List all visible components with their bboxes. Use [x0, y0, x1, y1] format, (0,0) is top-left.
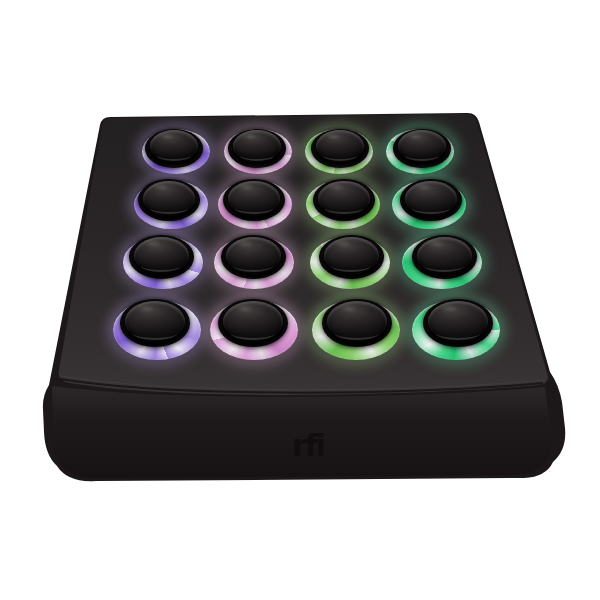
button-cap	[223, 301, 283, 342]
button-cap	[405, 181, 457, 216]
pad-button-r4c2-pink[interactable]	[210, 300, 298, 360]
button-cap	[318, 181, 370, 216]
pad-button-r1c4-mint[interactable]	[386, 129, 454, 174]
button-cap	[228, 181, 280, 216]
button-cap	[316, 130, 364, 162]
button-cap	[428, 301, 488, 342]
button-cap	[125, 301, 185, 342]
button-cap	[226, 237, 281, 274]
button-cap	[150, 130, 198, 162]
pad-button-r2c3-green[interactable]	[306, 180, 380, 229]
button-cap	[327, 301, 387, 342]
pad-button-r1c2-pink[interactable]	[224, 129, 292, 174]
pad-button-r2c2-pink[interactable]	[218, 180, 292, 229]
button-cap	[134, 237, 189, 274]
pad-button-r2c4-mint[interactable]	[392, 180, 466, 229]
pad-button-r4c1-violet[interactable]	[113, 300, 201, 360]
device-photo: rfi	[0, 0, 600, 600]
pad-button-r4c3-green[interactable]	[312, 300, 400, 360]
button-cap	[143, 181, 195, 216]
pad-button-r3c3-green[interactable]	[310, 236, 390, 289]
pad-button-r4c4-mint[interactable]	[412, 300, 500, 360]
button-cap	[324, 237, 379, 274]
photo-background: { "scene": { "background_color": "#fffff…	[0, 0, 600, 600]
pad-button-r1c3-green[interactable]	[305, 129, 373, 174]
pad-button-r3c4-mint[interactable]	[402, 236, 482, 289]
button-cap	[417, 237, 472, 274]
pad-button-r2c1-violet[interactable]	[134, 180, 208, 229]
pad-button-r1c1-violet[interactable]	[142, 129, 210, 174]
button-cap	[398, 130, 446, 162]
pad-button-r3c2-pink[interactable]	[214, 236, 294, 289]
button-cap	[233, 130, 281, 162]
pad-button-r3c1-violet[interactable]	[123, 236, 203, 289]
button-grid	[0, 0, 600, 600]
